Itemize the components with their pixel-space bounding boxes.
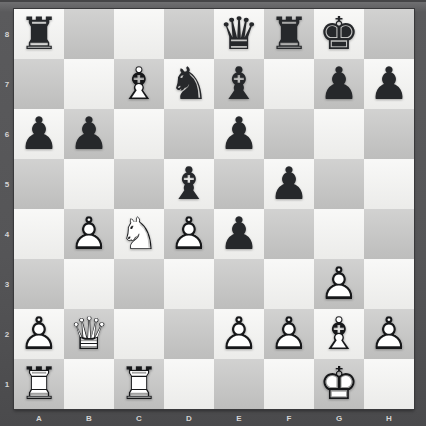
piece-black-knight[interactable]: ♞	[164, 59, 214, 109]
square-h5[interactable]	[364, 159, 414, 209]
square-f8[interactable]: ♜	[264, 9, 314, 59]
white-piece-outline: ♖	[14, 359, 64, 409]
piece-white-pawn[interactable]: ♟♙	[364, 309, 414, 359]
square-b2[interactable]: ♛♕	[64, 309, 114, 359]
rank-label-1: 1	[0, 359, 14, 409]
square-h6[interactable]	[364, 109, 414, 159]
white-piece-outline: ♙	[364, 309, 414, 359]
rank-label-7: 7	[0, 59, 14, 109]
square-c8[interactable]	[114, 9, 164, 59]
white-piece-outline: ♙	[314, 259, 364, 309]
square-d8[interactable]	[164, 9, 214, 59]
square-g7[interactable]: ♟	[314, 59, 364, 109]
square-e6[interactable]: ♟	[214, 109, 264, 159]
square-c6[interactable]	[114, 109, 164, 159]
white-piece-outline: ♙	[14, 309, 64, 359]
square-e4[interactable]: ♟	[214, 209, 264, 259]
board-grid: ♜♛♜♚♝♗♞♝♟♟♟♟♟♝♟♟♙♞♘♟♙♟♟♙♟♙♛♕♟♙♟♙♝♗♟♙♜♖♜♖…	[14, 9, 414, 409]
rank-labels: 87654321	[0, 9, 14, 409]
square-g6[interactable]	[314, 109, 364, 159]
square-f2[interactable]: ♟♙	[264, 309, 314, 359]
square-b5[interactable]	[64, 159, 114, 209]
piece-black-pawn[interactable]: ♟	[64, 109, 114, 159]
piece-white-rook[interactable]: ♜♖	[114, 359, 164, 409]
white-piece-outline: ♘	[114, 209, 164, 259]
piece-black-pawn[interactable]: ♟	[214, 109, 264, 159]
square-h7[interactable]: ♟	[364, 59, 414, 109]
square-e7[interactable]: ♝	[214, 59, 264, 109]
square-f7[interactable]	[264, 59, 314, 109]
square-f1[interactable]	[264, 359, 314, 409]
piece-black-bishop[interactable]: ♝	[164, 159, 214, 209]
piece-white-pawn[interactable]: ♟♙	[64, 209, 114, 259]
rank-label-6: 6	[0, 109, 14, 159]
square-b4[interactable]: ♟♙	[64, 209, 114, 259]
square-g2[interactable]: ♝♗	[314, 309, 364, 359]
piece-white-pawn[interactable]: ♟♙	[314, 259, 364, 309]
square-f5[interactable]: ♟	[264, 159, 314, 209]
piece-white-bishop[interactable]: ♝♗	[314, 309, 364, 359]
piece-white-rook[interactable]: ♜♖	[14, 359, 64, 409]
piece-white-bishop[interactable]: ♝♗	[114, 59, 164, 109]
square-b3[interactable]	[64, 259, 114, 309]
white-piece-outline: ♗	[114, 59, 164, 109]
file-label-g: G	[314, 410, 364, 426]
file-label-c: C	[114, 410, 164, 426]
piece-white-pawn[interactable]: ♟♙	[214, 309, 264, 359]
square-h2[interactable]: ♟♙	[364, 309, 414, 359]
file-labels: ABCDEFGH	[14, 410, 414, 426]
square-c7[interactable]: ♝♗	[114, 59, 164, 109]
file-label-h: H	[364, 410, 414, 426]
square-a7[interactable]	[14, 59, 64, 109]
square-f6[interactable]	[264, 109, 314, 159]
piece-black-pawn[interactable]: ♟	[14, 109, 64, 159]
white-piece-outline: ♙	[164, 209, 214, 259]
piece-white-queen[interactable]: ♛♕	[64, 309, 114, 359]
square-b6[interactable]: ♟	[64, 109, 114, 159]
square-b8[interactable]	[64, 9, 114, 59]
white-piece-outline: ♖	[114, 359, 164, 409]
square-g8[interactable]: ♚	[314, 9, 364, 59]
piece-white-knight[interactable]: ♞♘	[114, 209, 164, 259]
square-f3[interactable]	[264, 259, 314, 309]
piece-black-rook[interactable]: ♜	[264, 9, 314, 59]
piece-black-king[interactable]: ♚	[314, 9, 364, 59]
white-piece-outline: ♗	[314, 309, 364, 359]
square-c5[interactable]	[114, 159, 164, 209]
square-c2[interactable]	[114, 309, 164, 359]
white-piece-outline: ♙	[64, 209, 114, 259]
chess-board-frame: 87654321 ♜♛♜♚♝♗♞♝♟♟♟♟♟♝♟♟♙♞♘♟♙♟♟♙♟♙♛♕♟♙♟…	[0, 0, 426, 426]
file-label-f: F	[264, 410, 314, 426]
square-h4[interactable]	[364, 209, 414, 259]
white-piece-outline: ♔	[314, 359, 364, 409]
piece-white-king[interactable]: ♚♔	[314, 359, 364, 409]
square-c3[interactable]	[114, 259, 164, 309]
file-label-d: D	[164, 410, 214, 426]
square-d2[interactable]	[164, 309, 214, 359]
square-a8[interactable]: ♜	[14, 9, 64, 59]
square-a2[interactable]: ♟♙	[14, 309, 64, 359]
square-e3[interactable]	[214, 259, 264, 309]
piece-black-pawn[interactable]: ♟	[214, 209, 264, 259]
square-g1[interactable]: ♚♔	[314, 359, 364, 409]
rank-label-8: 8	[0, 9, 14, 59]
square-h1[interactable]	[364, 359, 414, 409]
square-g4[interactable]	[314, 209, 364, 259]
piece-black-bishop[interactable]: ♝	[214, 59, 264, 109]
square-h8[interactable]	[364, 9, 414, 59]
rank-label-4: 4	[0, 209, 14, 259]
file-label-e: E	[214, 410, 264, 426]
square-d4[interactable]: ♟♙	[164, 209, 214, 259]
square-b1[interactable]	[64, 359, 114, 409]
white-piece-outline: ♙	[264, 309, 314, 359]
square-e5[interactable]	[214, 159, 264, 209]
square-h3[interactable]	[364, 259, 414, 309]
square-d5[interactable]: ♝	[164, 159, 214, 209]
piece-black-pawn[interactable]: ♟	[314, 59, 364, 109]
piece-black-rook[interactable]: ♜	[14, 9, 64, 59]
square-c4[interactable]: ♞♘	[114, 209, 164, 259]
square-g5[interactable]	[314, 159, 364, 209]
white-piece-outline: ♙	[214, 309, 264, 359]
square-d3[interactable]	[164, 259, 214, 309]
file-label-a: A	[14, 410, 64, 426]
piece-black-queen[interactable]: ♛	[214, 9, 264, 59]
square-g3[interactable]: ♟♙	[314, 259, 364, 309]
square-b7[interactable]	[64, 59, 114, 109]
square-e2[interactable]: ♟♙	[214, 309, 264, 359]
square-e8[interactable]: ♛	[214, 9, 264, 59]
square-a1[interactable]: ♜♖	[14, 359, 64, 409]
square-d1[interactable]	[164, 359, 214, 409]
piece-white-pawn[interactable]: ♟♙	[164, 209, 214, 259]
square-a4[interactable]	[14, 209, 64, 259]
square-d7[interactable]: ♞	[164, 59, 214, 109]
square-c1[interactable]: ♜♖	[114, 359, 164, 409]
white-piece-outline: ♕	[64, 309, 114, 359]
piece-black-pawn[interactable]: ♟	[364, 59, 414, 109]
rank-label-2: 2	[0, 309, 14, 359]
piece-white-pawn[interactable]: ♟♙	[264, 309, 314, 359]
piece-white-pawn[interactable]: ♟♙	[14, 309, 64, 359]
square-e1[interactable]	[214, 359, 264, 409]
file-label-b: B	[64, 410, 114, 426]
square-a5[interactable]	[14, 159, 64, 209]
square-f4[interactable]	[264, 209, 314, 259]
rank-label-3: 3	[0, 259, 14, 309]
rank-label-5: 5	[0, 159, 14, 209]
square-a6[interactable]: ♟	[14, 109, 64, 159]
square-a3[interactable]	[14, 259, 64, 309]
piece-black-pawn[interactable]: ♟	[264, 159, 314, 209]
square-d6[interactable]	[164, 109, 214, 159]
